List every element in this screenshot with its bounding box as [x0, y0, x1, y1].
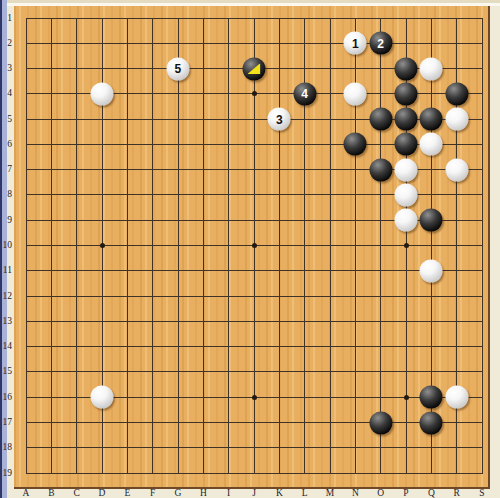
- point-R3[interactable]: [444, 56, 469, 81]
- point-E2[interactable]: [115, 31, 140, 56]
- point-D11[interactable]: [89, 258, 114, 283]
- point-N19[interactable]: [343, 460, 368, 485]
- point-N8[interactable]: [343, 182, 368, 207]
- point-H9[interactable]: [191, 208, 216, 233]
- point-D2[interactable]: [89, 31, 114, 56]
- point-J8[interactable]: [241, 182, 266, 207]
- point-S6[interactable]: [469, 132, 494, 157]
- point-Q10[interactable]: [419, 233, 444, 258]
- point-K12[interactable]: [267, 283, 292, 308]
- point-E19[interactable]: [115, 460, 140, 485]
- point-B4[interactable]: [39, 81, 64, 106]
- point-K8[interactable]: [267, 182, 292, 207]
- point-J7[interactable]: [241, 157, 266, 182]
- point-P9[interactable]: [393, 208, 418, 233]
- point-M12[interactable]: [317, 283, 342, 308]
- point-C19[interactable]: [64, 460, 89, 485]
- point-F16[interactable]: [140, 385, 165, 410]
- point-F12[interactable]: [140, 283, 165, 308]
- point-O7[interactable]: [368, 157, 393, 182]
- point-I12[interactable]: [216, 283, 241, 308]
- point-G5[interactable]: [165, 107, 190, 132]
- point-B1[interactable]: [39, 5, 64, 30]
- point-N17[interactable]: [343, 410, 368, 435]
- point-G8[interactable]: [165, 182, 190, 207]
- point-H16[interactable]: [191, 385, 216, 410]
- point-H12[interactable]: [191, 283, 216, 308]
- point-I18[interactable]: [216, 435, 241, 460]
- point-P10[interactable]: [393, 233, 418, 258]
- point-P8[interactable]: [393, 182, 418, 207]
- point-M11[interactable]: [317, 258, 342, 283]
- point-G18[interactable]: [165, 435, 190, 460]
- point-Q5[interactable]: [419, 107, 444, 132]
- point-E6[interactable]: [115, 132, 140, 157]
- point-F14[interactable]: [140, 334, 165, 359]
- point-L3[interactable]: [292, 56, 317, 81]
- point-Q12[interactable]: [419, 283, 444, 308]
- point-C10[interactable]: [64, 233, 89, 258]
- point-N9[interactable]: [343, 208, 368, 233]
- point-J5[interactable]: [241, 107, 266, 132]
- point-E4[interactable]: [115, 81, 140, 106]
- point-C2[interactable]: [64, 31, 89, 56]
- point-Q16[interactable]: [419, 385, 444, 410]
- point-H7[interactable]: [191, 157, 216, 182]
- point-H19[interactable]: [191, 460, 216, 485]
- point-M2[interactable]: [317, 31, 342, 56]
- point-N10[interactable]: [343, 233, 368, 258]
- point-R17[interactable]: [444, 410, 469, 435]
- point-C13[interactable]: [64, 309, 89, 334]
- point-H13[interactable]: [191, 309, 216, 334]
- point-H3[interactable]: [191, 56, 216, 81]
- point-F8[interactable]: [140, 182, 165, 207]
- point-K14[interactable]: [267, 334, 292, 359]
- point-R18[interactable]: [444, 435, 469, 460]
- point-M1[interactable]: [317, 5, 342, 30]
- point-R14[interactable]: [444, 334, 469, 359]
- point-C3[interactable]: [64, 56, 89, 81]
- point-P18[interactable]: [393, 435, 418, 460]
- point-Q8[interactable]: [419, 182, 444, 207]
- point-I10[interactable]: [216, 233, 241, 258]
- point-O8[interactable]: [368, 182, 393, 207]
- point-Q7[interactable]: [419, 157, 444, 182]
- point-L13[interactable]: [292, 309, 317, 334]
- point-J2[interactable]: [241, 31, 266, 56]
- point-A8[interactable]: [13, 182, 38, 207]
- point-P16[interactable]: [393, 385, 418, 410]
- point-L7[interactable]: [292, 157, 317, 182]
- point-F13[interactable]: [140, 309, 165, 334]
- point-E7[interactable]: [115, 157, 140, 182]
- point-A3[interactable]: [13, 56, 38, 81]
- point-H11[interactable]: [191, 258, 216, 283]
- point-P19[interactable]: [393, 460, 418, 485]
- point-K1[interactable]: [267, 5, 292, 30]
- point-R9[interactable]: [444, 208, 469, 233]
- point-B7[interactable]: [39, 157, 64, 182]
- point-N14[interactable]: [343, 334, 368, 359]
- point-M4[interactable]: [317, 81, 342, 106]
- point-K7[interactable]: [267, 157, 292, 182]
- point-O1[interactable]: [368, 5, 393, 30]
- point-R19[interactable]: [444, 460, 469, 485]
- point-Q4[interactable]: [419, 81, 444, 106]
- point-M7[interactable]: [317, 157, 342, 182]
- point-E17[interactable]: [115, 410, 140, 435]
- point-P3[interactable]: [393, 56, 418, 81]
- point-K3[interactable]: [267, 56, 292, 81]
- point-O15[interactable]: [368, 359, 393, 384]
- point-O13[interactable]: [368, 309, 393, 334]
- point-D1[interactable]: [89, 5, 114, 30]
- point-J16[interactable]: [241, 385, 266, 410]
- point-G19[interactable]: [165, 460, 190, 485]
- point-Q14[interactable]: [419, 334, 444, 359]
- point-G7[interactable]: [165, 157, 190, 182]
- point-M13[interactable]: [317, 309, 342, 334]
- point-K6[interactable]: [267, 132, 292, 157]
- point-D15[interactable]: [89, 359, 114, 384]
- point-L16[interactable]: [292, 385, 317, 410]
- point-F17[interactable]: [140, 410, 165, 435]
- point-R2[interactable]: [444, 31, 469, 56]
- point-R10[interactable]: [444, 233, 469, 258]
- point-I15[interactable]: [216, 359, 241, 384]
- point-C17[interactable]: [64, 410, 89, 435]
- point-O9[interactable]: [368, 208, 393, 233]
- point-E8[interactable]: [115, 182, 140, 207]
- point-C15[interactable]: [64, 359, 89, 384]
- point-I7[interactable]: [216, 157, 241, 182]
- point-N3[interactable]: [343, 56, 368, 81]
- point-E14[interactable]: [115, 334, 140, 359]
- point-P5[interactable]: [393, 107, 418, 132]
- point-S11[interactable]: [469, 258, 494, 283]
- point-C6[interactable]: [64, 132, 89, 157]
- point-K11[interactable]: [267, 258, 292, 283]
- point-G12[interactable]: [165, 283, 190, 308]
- point-D19[interactable]: [89, 460, 114, 485]
- point-P15[interactable]: [393, 359, 418, 384]
- point-O12[interactable]: [368, 283, 393, 308]
- point-E10[interactable]: [115, 233, 140, 258]
- point-N13[interactable]: [343, 309, 368, 334]
- point-O14[interactable]: [368, 334, 393, 359]
- point-L19[interactable]: [292, 460, 317, 485]
- point-L2[interactable]: [292, 31, 317, 56]
- point-B12[interactable]: [39, 283, 64, 308]
- point-K17[interactable]: [267, 410, 292, 435]
- point-Q1[interactable]: [419, 5, 444, 30]
- point-J6[interactable]: [241, 132, 266, 157]
- point-S12[interactable]: [469, 283, 494, 308]
- point-J3[interactable]: [241, 56, 266, 81]
- point-S3[interactable]: [469, 56, 494, 81]
- point-P14[interactable]: [393, 334, 418, 359]
- point-H4[interactable]: [191, 81, 216, 106]
- point-R15[interactable]: [444, 359, 469, 384]
- point-D12[interactable]: [89, 283, 114, 308]
- point-M8[interactable]: [317, 182, 342, 207]
- point-O3[interactable]: [368, 56, 393, 81]
- point-J13[interactable]: [241, 309, 266, 334]
- point-J19[interactable]: [241, 460, 266, 485]
- point-L10[interactable]: [292, 233, 317, 258]
- point-A1[interactable]: [13, 5, 38, 30]
- point-M5[interactable]: [317, 107, 342, 132]
- point-G10[interactable]: [165, 233, 190, 258]
- point-O4[interactable]: [368, 81, 393, 106]
- point-O5[interactable]: [368, 107, 393, 132]
- point-N15[interactable]: [343, 359, 368, 384]
- point-P4[interactable]: [393, 81, 418, 106]
- point-G11[interactable]: [165, 258, 190, 283]
- point-P17[interactable]: [393, 410, 418, 435]
- point-G6[interactable]: [165, 132, 190, 157]
- point-R5[interactable]: [444, 107, 469, 132]
- point-A10[interactable]: [13, 233, 38, 258]
- point-F11[interactable]: [140, 258, 165, 283]
- point-I3[interactable]: [216, 56, 241, 81]
- point-D9[interactable]: [89, 208, 114, 233]
- point-S10[interactable]: [469, 233, 494, 258]
- point-L17[interactable]: [292, 410, 317, 435]
- point-M6[interactable]: [317, 132, 342, 157]
- point-A13[interactable]: [13, 309, 38, 334]
- point-N16[interactable]: [343, 385, 368, 410]
- point-F1[interactable]: [140, 5, 165, 30]
- point-Q3[interactable]: [419, 56, 444, 81]
- point-N18[interactable]: [343, 435, 368, 460]
- point-J10[interactable]: [241, 233, 266, 258]
- point-K10[interactable]: [267, 233, 292, 258]
- point-R12[interactable]: [444, 283, 469, 308]
- point-K4[interactable]: [267, 81, 292, 106]
- point-S19[interactable]: [469, 460, 494, 485]
- point-G2[interactable]: [165, 31, 190, 56]
- point-G17[interactable]: [165, 410, 190, 435]
- point-R1[interactable]: [444, 5, 469, 30]
- point-B9[interactable]: [39, 208, 64, 233]
- point-C18[interactable]: [64, 435, 89, 460]
- point-B5[interactable]: [39, 107, 64, 132]
- point-S13[interactable]: [469, 309, 494, 334]
- point-G4[interactable]: [165, 81, 190, 106]
- point-B19[interactable]: [39, 460, 64, 485]
- point-B8[interactable]: [39, 182, 64, 207]
- point-E18[interactable]: [115, 435, 140, 460]
- point-J1[interactable]: [241, 5, 266, 30]
- point-N11[interactable]: [343, 258, 368, 283]
- point-I8[interactable]: [216, 182, 241, 207]
- point-S18[interactable]: [469, 435, 494, 460]
- point-H1[interactable]: [191, 5, 216, 30]
- point-H5[interactable]: [191, 107, 216, 132]
- point-D16[interactable]: [89, 385, 114, 410]
- point-L9[interactable]: [292, 208, 317, 233]
- point-G14[interactable]: [165, 334, 190, 359]
- point-F7[interactable]: [140, 157, 165, 182]
- point-N5[interactable]: [343, 107, 368, 132]
- point-P13[interactable]: [393, 309, 418, 334]
- point-C16[interactable]: [64, 385, 89, 410]
- point-A18[interactable]: [13, 435, 38, 460]
- point-O2[interactable]: 2: [368, 31, 393, 56]
- point-J18[interactable]: [241, 435, 266, 460]
- point-G3[interactable]: 5: [165, 56, 190, 81]
- point-Q2[interactable]: [419, 31, 444, 56]
- point-O17[interactable]: [368, 410, 393, 435]
- point-B13[interactable]: [39, 309, 64, 334]
- point-I19[interactable]: [216, 460, 241, 485]
- point-Q18[interactable]: [419, 435, 444, 460]
- point-F18[interactable]: [140, 435, 165, 460]
- point-O6[interactable]: [368, 132, 393, 157]
- point-J11[interactable]: [241, 258, 266, 283]
- point-S2[interactable]: [469, 31, 494, 56]
- point-C9[interactable]: [64, 208, 89, 233]
- point-I1[interactable]: [216, 5, 241, 30]
- point-L5[interactable]: [292, 107, 317, 132]
- point-B16[interactable]: [39, 385, 64, 410]
- point-A12[interactable]: [13, 283, 38, 308]
- point-J14[interactable]: [241, 334, 266, 359]
- point-N2[interactable]: 1: [343, 31, 368, 56]
- point-O16[interactable]: [368, 385, 393, 410]
- point-M19[interactable]: [317, 460, 342, 485]
- point-Q9[interactable]: [419, 208, 444, 233]
- point-H10[interactable]: [191, 233, 216, 258]
- point-P2[interactable]: [393, 31, 418, 56]
- point-K16[interactable]: [267, 385, 292, 410]
- point-F15[interactable]: [140, 359, 165, 384]
- point-K2[interactable]: [267, 31, 292, 56]
- point-N7[interactable]: [343, 157, 368, 182]
- point-G15[interactable]: [165, 359, 190, 384]
- point-A17[interactable]: [13, 410, 38, 435]
- point-D10[interactable]: [89, 233, 114, 258]
- point-D6[interactable]: [89, 132, 114, 157]
- point-D5[interactable]: [89, 107, 114, 132]
- point-I11[interactable]: [216, 258, 241, 283]
- point-B10[interactable]: [39, 233, 64, 258]
- point-J12[interactable]: [241, 283, 266, 308]
- point-S17[interactable]: [469, 410, 494, 435]
- point-H18[interactable]: [191, 435, 216, 460]
- point-M14[interactable]: [317, 334, 342, 359]
- point-I6[interactable]: [216, 132, 241, 157]
- point-K9[interactable]: [267, 208, 292, 233]
- point-O11[interactable]: [368, 258, 393, 283]
- point-A15[interactable]: [13, 359, 38, 384]
- point-A19[interactable]: [13, 460, 38, 485]
- point-A6[interactable]: [13, 132, 38, 157]
- point-N12[interactable]: [343, 283, 368, 308]
- point-L8[interactable]: [292, 182, 317, 207]
- point-C1[interactable]: [64, 5, 89, 30]
- point-B15[interactable]: [39, 359, 64, 384]
- point-F4[interactable]: [140, 81, 165, 106]
- point-H15[interactable]: [191, 359, 216, 384]
- point-A4[interactable]: [13, 81, 38, 106]
- point-S9[interactable]: [469, 208, 494, 233]
- point-Q6[interactable]: [419, 132, 444, 157]
- point-B2[interactable]: [39, 31, 64, 56]
- point-R11[interactable]: [444, 258, 469, 283]
- point-P1[interactable]: [393, 5, 418, 30]
- point-C12[interactable]: [64, 283, 89, 308]
- point-E5[interactable]: [115, 107, 140, 132]
- point-S5[interactable]: [469, 107, 494, 132]
- point-L14[interactable]: [292, 334, 317, 359]
- point-G1[interactable]: [165, 5, 190, 30]
- point-S16[interactable]: [469, 385, 494, 410]
- point-E3[interactable]: [115, 56, 140, 81]
- point-I4[interactable]: [216, 81, 241, 106]
- point-F10[interactable]: [140, 233, 165, 258]
- point-F19[interactable]: [140, 460, 165, 485]
- point-R8[interactable]: [444, 182, 469, 207]
- point-D17[interactable]: [89, 410, 114, 435]
- point-S4[interactable]: [469, 81, 494, 106]
- point-N4[interactable]: [343, 81, 368, 106]
- point-D14[interactable]: [89, 334, 114, 359]
- point-F9[interactable]: [140, 208, 165, 233]
- point-A2[interactable]: [13, 31, 38, 56]
- point-O19[interactable]: [368, 460, 393, 485]
- point-C11[interactable]: [64, 258, 89, 283]
- point-R16[interactable]: [444, 385, 469, 410]
- point-C14[interactable]: [64, 334, 89, 359]
- point-I2[interactable]: [216, 31, 241, 56]
- point-I5[interactable]: [216, 107, 241, 132]
- point-N6[interactable]: [343, 132, 368, 157]
- point-A16[interactable]: [13, 385, 38, 410]
- point-B11[interactable]: [39, 258, 64, 283]
- point-E16[interactable]: [115, 385, 140, 410]
- point-E11[interactable]: [115, 258, 140, 283]
- point-P7[interactable]: [393, 157, 418, 182]
- point-O10[interactable]: [368, 233, 393, 258]
- point-C4[interactable]: [64, 81, 89, 106]
- point-N1[interactable]: [343, 5, 368, 30]
- point-R7[interactable]: [444, 157, 469, 182]
- point-S15[interactable]: [469, 359, 494, 384]
- point-O18[interactable]: [368, 435, 393, 460]
- point-K15[interactable]: [267, 359, 292, 384]
- point-Q13[interactable]: [419, 309, 444, 334]
- point-M9[interactable]: [317, 208, 342, 233]
- point-L12[interactable]: [292, 283, 317, 308]
- point-Q15[interactable]: [419, 359, 444, 384]
- point-C7[interactable]: [64, 157, 89, 182]
- point-B14[interactable]: [39, 334, 64, 359]
- point-D8[interactable]: [89, 182, 114, 207]
- point-F5[interactable]: [140, 107, 165, 132]
- point-J15[interactable]: [241, 359, 266, 384]
- point-D7[interactable]: [89, 157, 114, 182]
- point-R4[interactable]: [444, 81, 469, 106]
- point-Q19[interactable]: [419, 460, 444, 485]
- point-S7[interactable]: [469, 157, 494, 182]
- point-K5[interactable]: 3: [267, 107, 292, 132]
- point-C8[interactable]: [64, 182, 89, 207]
- point-C5[interactable]: [64, 107, 89, 132]
- point-M10[interactable]: [317, 233, 342, 258]
